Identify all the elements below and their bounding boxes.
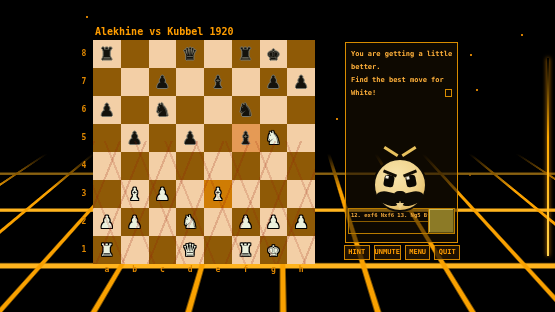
- square-a6[interactable]: ♟: [93, 96, 121, 124]
- square-c8[interactable]: [149, 40, 177, 68]
- square-d5[interactable]: ♟: [176, 124, 204, 152]
- square-g5[interactable]: ♞: [260, 124, 288, 152]
- file-labels: abcdefgh: [93, 264, 315, 274]
- avatar-head: [373, 158, 427, 212]
- rank-labels: 87654321: [78, 40, 90, 264]
- square-a3[interactable]: [93, 180, 121, 208]
- action-buttons: HINTUNMUTEMENUQUIT: [344, 245, 460, 260]
- star-dot: [521, 34, 523, 36]
- square-f5[interactable]: ♝: [232, 124, 260, 152]
- star-dot: [470, 54, 472, 56]
- white-pawn: ♟: [121, 208, 149, 235]
- rank-label-7: 7: [78, 68, 90, 96]
- black-bishop: ♝: [232, 124, 260, 151]
- white-bishop: ♝: [121, 180, 149, 207]
- avatar-eye: [383, 174, 395, 188]
- square-f3[interactable]: [232, 180, 260, 208]
- avatar-mustache: [394, 191, 406, 201]
- white-rook: ♜: [232, 236, 260, 263]
- square-c3[interactable]: ♟: [149, 180, 177, 208]
- black-knight: ♞: [232, 96, 260, 123]
- move-history-scrollbar[interactable]: [428, 209, 454, 233]
- square-e3[interactable]: ♝: [204, 180, 232, 208]
- star-dot: [86, 16, 88, 18]
- square-d7[interactable]: [176, 68, 204, 96]
- square-f2[interactable]: ♟: [232, 208, 260, 236]
- square-f4[interactable]: [232, 152, 260, 180]
- square-f1[interactable]: ♜: [232, 236, 260, 264]
- star-dot: [336, 118, 338, 120]
- avatar-chin: [396, 203, 404, 209]
- rank-label-4: 4: [78, 152, 90, 180]
- square-b7[interactable]: [121, 68, 149, 96]
- rank-label-6: 6: [78, 96, 90, 124]
- square-h2[interactable]: ♟: [287, 208, 315, 236]
- square-f7[interactable]: [232, 68, 260, 96]
- coach-message-line2: Find the best move for White!: [351, 74, 453, 100]
- square-d4[interactable]: [176, 152, 204, 180]
- square-e2[interactable]: [204, 208, 232, 236]
- square-a2[interactable]: ♟: [93, 208, 121, 236]
- white-knight: ♞: [260, 124, 288, 151]
- file-label-h: h: [287, 264, 315, 275]
- square-b2[interactable]: ♟: [121, 208, 149, 236]
- square-g8[interactable]: ♚: [260, 40, 288, 68]
- square-e8[interactable]: [204, 40, 232, 68]
- rank-label-3: 3: [78, 180, 90, 208]
- square-e7[interactable]: ♝: [204, 68, 232, 96]
- file-label-e: e: [204, 264, 232, 275]
- white-bishop: ♝: [204, 180, 232, 207]
- square-b8[interactable]: [121, 40, 149, 68]
- square-d1[interactable]: ♛: [176, 236, 204, 264]
- square-a5[interactable]: [93, 124, 121, 152]
- square-c6[interactable]: ♞: [149, 96, 177, 124]
- white-pawn: ♟: [260, 208, 288, 235]
- right-edge-glow: [547, 58, 549, 256]
- coach-message-line1: You are getting a little better.: [351, 48, 453, 74]
- avatar-eye: [405, 174, 417, 188]
- white-pawn: ♟: [287, 208, 315, 235]
- square-h3[interactable]: [287, 180, 315, 208]
- square-a1[interactable]: ♜: [93, 236, 121, 264]
- square-g7[interactable]: ♟: [260, 68, 288, 96]
- hint-button[interactable]: HINT: [344, 245, 370, 260]
- square-e5[interactable]: [204, 124, 232, 152]
- square-a8[interactable]: ♜: [93, 40, 121, 68]
- rank-label-2: 2: [78, 208, 90, 236]
- square-a4[interactable]: [93, 152, 121, 180]
- square-g1[interactable]: ♚: [260, 236, 288, 264]
- square-g3[interactable]: [260, 180, 288, 208]
- square-c4[interactable]: [149, 152, 177, 180]
- square-h1[interactable]: [287, 236, 315, 264]
- square-b3[interactable]: ♝: [121, 180, 149, 208]
- square-h4[interactable]: [287, 152, 315, 180]
- star-dot: [476, 89, 478, 91]
- file-label-g: g: [260, 264, 288, 275]
- square-b6[interactable]: [121, 96, 149, 124]
- square-c5[interactable]: [149, 124, 177, 152]
- black-queen: ♛: [176, 40, 204, 67]
- unmute-button[interactable]: UNMUTE: [374, 245, 401, 260]
- avatar-antenna-icon: [383, 146, 398, 157]
- square-c7[interactable]: ♟: [149, 68, 177, 96]
- file-label-c: c: [149, 264, 177, 275]
- square-f8[interactable]: ♜: [232, 40, 260, 68]
- opponent-avatar: [371, 144, 429, 214]
- white-pawn: ♟: [93, 208, 121, 235]
- rank-label-5: 5: [78, 124, 90, 152]
- square-d8[interactable]: ♛: [176, 40, 204, 68]
- game-screen: Alekhine vs Kubbel 1920 87654321 ♜♛♜♚♟♝♟…: [0, 0, 555, 312]
- chess-board: ♜♛♜♚♟♝♟♟♟♞♞♟♟♝♞♝♟♝♟♟♞♟♟♟♜♛♜♚: [93, 40, 315, 264]
- white-pawn: ♟: [232, 208, 260, 235]
- square-c1[interactable]: [149, 236, 177, 264]
- black-bishop: ♝: [204, 68, 232, 95]
- move-history-empty-row: [349, 222, 428, 233]
- black-rook: ♜: [93, 40, 121, 67]
- square-d6[interactable]: [176, 96, 204, 124]
- file-label-f: f: [232, 264, 260, 275]
- white-pawn: ♟: [149, 180, 177, 207]
- black-knight: ♞: [149, 96, 177, 123]
- file-label-b: b: [121, 264, 149, 275]
- black-king: ♚: [260, 40, 288, 67]
- quit-button[interactable]: QUIT: [434, 245, 460, 260]
- coach-message: You are getting a little better. Find th…: [351, 48, 453, 100]
- square-h6[interactable]: [287, 96, 315, 124]
- white-rook: ♜: [93, 236, 121, 263]
- square-e1[interactable]: [204, 236, 232, 264]
- black-pawn: ♟: [260, 68, 288, 95]
- black-rook: ♜: [232, 40, 260, 67]
- black-pawn: ♟: [93, 96, 121, 123]
- avatar-antenna-icon: [401, 146, 416, 157]
- square-h5[interactable]: [287, 124, 315, 152]
- square-h7[interactable]: ♟: [287, 68, 315, 96]
- square-b4[interactable]: [121, 152, 149, 180]
- square-e6[interactable]: [204, 96, 232, 124]
- white-king: ♚: [260, 236, 288, 263]
- rank-label-1: 1: [78, 236, 90, 264]
- black-pawn: ♟: [149, 68, 177, 95]
- square-h8[interactable]: [287, 40, 315, 68]
- file-label-d: d: [176, 264, 204, 275]
- square-f6[interactable]: ♞: [232, 96, 260, 124]
- square-g6[interactable]: [260, 96, 288, 124]
- black-pawn: ♟: [176, 124, 204, 151]
- square-d2[interactable]: ♞: [176, 208, 204, 236]
- file-label-a: a: [93, 264, 121, 275]
- square-d3[interactable]: [176, 180, 204, 208]
- white-knight: ♞: [176, 208, 204, 235]
- menu-button[interactable]: MENU: [405, 245, 431, 260]
- game-title: Alekhine vs Kubbel 1920: [95, 26, 233, 37]
- black-pawn: ♟: [121, 124, 149, 151]
- continue-indicator-icon: [445, 89, 452, 97]
- square-c2[interactable]: [149, 208, 177, 236]
- square-g2[interactable]: ♟: [260, 208, 288, 236]
- square-g4[interactable]: [260, 152, 288, 180]
- square-a7[interactable]: [93, 68, 121, 96]
- square-e4[interactable]: [204, 152, 232, 180]
- square-b1[interactable]: [121, 236, 149, 264]
- square-b5[interactable]: ♟: [121, 124, 149, 152]
- rank-label-8: 8: [78, 40, 90, 68]
- white-queen: ♛: [176, 236, 204, 263]
- black-pawn: ♟: [287, 68, 315, 95]
